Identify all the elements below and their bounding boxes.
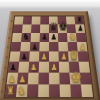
square-c2[interactable] [28,73,39,85]
square-d8[interactable] [40,16,49,24]
square-g4[interactable]: ♛ [68,52,79,62]
white-king-g2[interactable]: ♚ [70,70,81,85]
white-knight-g6[interactable]: ♞ [68,33,77,42]
black-pawn-e6[interactable]: ♟ [49,34,58,42]
rank-label-2: 2 [2,76,5,81]
square-c1[interactable] [27,85,38,98]
black-pawn-c5[interactable]: ♟ [30,43,40,51]
rank-label-4: 4 [6,55,8,59]
white-pawn-c3[interactable]: ♟ [29,64,39,73]
white-pawn-a2[interactable]: ♟ [7,75,18,84]
square-b6[interactable]: ♞ [21,33,31,42]
square-e1[interactable] [49,85,60,98]
black-queen-e7[interactable]: ♛ [49,22,58,33]
square-h6[interactable] [76,33,86,42]
square-d3[interactable] [39,62,49,73]
square-f4[interactable]: ♟ [59,52,69,62]
square-g6[interactable]: ♞ [67,33,77,42]
square-h4[interactable] [78,52,89,62]
white-knight-b1[interactable]: ♞ [16,86,27,97]
square-b1[interactable]: ♞ [16,85,28,98]
square-c3[interactable]: ♟ [29,62,40,73]
white-queen-g4[interactable]: ♛ [69,50,79,62]
square-b2[interactable]: ♟ [17,73,28,85]
chess-app-window: 87654321 abcdefgh ♜♛♚♟♞♟♟♞♟♟♟♟♟♛♟♟♟♟♟♚♜♞ [0,0,100,100]
square-e2[interactable] [49,73,60,85]
white-pawn-d4[interactable]: ♟ [39,53,49,62]
board-tilt-wrapper: 87654321 abcdefgh ♜♛♚♟♞♟♟♞♟♟♟♟♟♛♟♟♟♟♟♚♜♞ [0,11,100,100]
rank-label-1: 1 [1,88,4,93]
black-king-f7[interactable]: ♚ [58,21,67,33]
black-pawn-b4[interactable]: ♟ [19,53,29,62]
board-scene: 87654321 abcdefgh ♜♛♚♟♞♟♟♞♟♟♟♟♟♛♟♟♟♟♟♚♜♞ [6,3,94,97]
square-d1[interactable] [38,85,49,98]
square-f2[interactable] [59,73,70,85]
square-c7[interactable] [31,24,40,33]
rank-label-5: 5 [7,45,9,49]
rank-label-3: 3 [4,65,7,69]
square-c5[interactable]: ♟ [30,42,40,52]
black-knight-b6[interactable]: ♞ [21,33,30,42]
white-pawn-e3[interactable]: ♟ [49,64,59,73]
square-e5[interactable] [49,42,59,52]
white-rook-a1[interactable]: ♜ [5,86,16,97]
square-d5[interactable] [39,42,49,52]
white-pawn-b2[interactable]: ♟ [17,75,28,84]
square-a3[interactable]: ♟ [8,62,19,73]
square-f7[interactable]: ♚ [58,24,67,33]
square-d6[interactable]: ♟ [40,33,49,42]
black-pawn-h7[interactable]: ♟ [76,25,85,33]
white-pawn-h5[interactable]: ♟ [78,43,88,51]
black-pawn-a3[interactable]: ♟ [8,64,18,73]
rank-label-6: 6 [8,36,10,40]
chess-board: ♜♛♚♟♞♟♟♞♟♟♟♟♟♛♟♟♟♟♟♚♜♞ [5,16,93,97]
rank-label-7: 7 [9,27,11,30]
square-c4[interactable] [29,52,39,62]
black-pawn-d6[interactable]: ♟ [40,34,49,42]
square-c8[interactable] [31,16,40,24]
square-e6[interactable]: ♟ [49,33,58,42]
square-b4[interactable]: ♟ [19,52,30,62]
square-e7[interactable]: ♛ [49,24,58,33]
square-d4[interactable]: ♟ [39,52,49,62]
square-f1[interactable] [60,85,71,98]
square-c6[interactable] [30,33,40,42]
white-pawn-f4[interactable]: ♟ [59,53,69,62]
square-h7[interactable]: ♟ [75,24,85,33]
square-h1[interactable] [81,85,93,98]
board-frame: 87654321 abcdefgh ♜♛♚♟♞♟♟♞♟♟♟♟♟♛♟♟♟♟♟♚♜♞ [0,11,100,100]
square-e4[interactable] [49,52,59,62]
square-a5[interactable] [11,42,21,52]
square-f3[interactable] [59,62,70,73]
rank-label-8: 8 [11,19,13,22]
square-d7[interactable] [40,24,49,33]
square-g2[interactable]: ♚ [69,73,80,85]
square-e3[interactable]: ♟ [49,62,59,73]
square-d2[interactable] [38,73,49,85]
